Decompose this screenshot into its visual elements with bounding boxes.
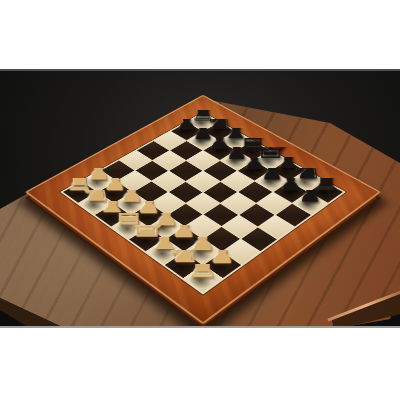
square-h7[interactable]: ♟ <box>293 192 327 214</box>
white-rook-glyph: ♜ <box>186 245 219 282</box>
square-h1[interactable]: ♜ <box>184 266 222 293</box>
chess-set-photo: ♜♞♝♛♚♝♞♜♟♟♟♟♟♟♟♟♟♟♟♟♟♟♟♟♜♞♝♛♚♝♞♜ <box>0 71 400 326</box>
black-pawn[interactable]: ♟ <box>298 190 322 214</box>
black-pawn-glyph: ♟ <box>298 179 322 205</box>
white-rook[interactable]: ♜ <box>190 264 217 291</box>
